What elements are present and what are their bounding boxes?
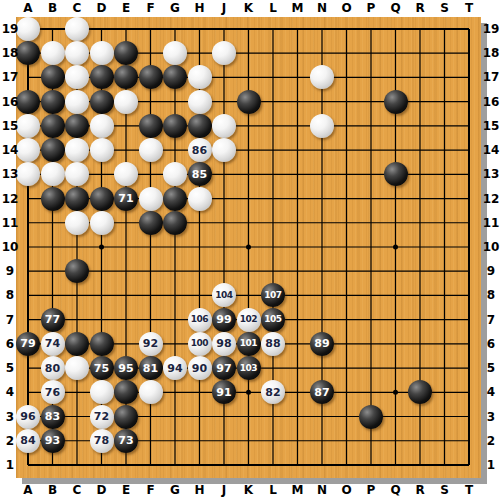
coord-label-right-1: 1 (487, 459, 495, 471)
coord-label-left-16: 16 (2, 96, 19, 108)
stone-C13 (65, 162, 89, 186)
move-number: 96 (20, 411, 35, 422)
stone-C16 (65, 90, 89, 114)
coord-label-right-13: 13 (483, 168, 500, 180)
move-number: 98 (216, 338, 231, 349)
coord-label-top-A: A (23, 2, 32, 14)
move-number: 93 (45, 435, 60, 446)
move-number: 91 (216, 387, 231, 398)
stone-F5: 81 (139, 356, 163, 380)
stone-B2: 93 (41, 429, 65, 453)
coord-label-left-5: 5 (6, 362, 14, 374)
stone-D15 (90, 114, 114, 138)
coord-label-right-4: 4 (487, 386, 495, 398)
stone-E3 (114, 405, 138, 429)
coord-label-left-7: 7 (6, 314, 14, 326)
star-point-K4 (246, 390, 251, 395)
coord-label-left-1: 1 (6, 459, 14, 471)
stone-D4 (90, 380, 114, 404)
stone-K16 (237, 90, 261, 114)
stone-H5: 90 (188, 356, 212, 380)
stone-Q16 (384, 90, 408, 114)
stone-C17 (65, 65, 89, 89)
stone-D11 (90, 211, 114, 235)
coord-label-right-8: 8 (487, 289, 495, 301)
stone-E16 (114, 90, 138, 114)
stone-F15 (139, 114, 163, 138)
coord-label-bottom-S: S (440, 484, 449, 496)
move-number: 102 (240, 315, 257, 324)
coord-label-bottom-A: A (23, 484, 32, 496)
star-point-Q4 (393, 390, 398, 395)
stone-A2: 84 (16, 429, 40, 453)
stone-K7: 102 (237, 308, 261, 332)
stone-H15 (188, 114, 212, 138)
stone-L6: 88 (261, 332, 285, 356)
coord-label-right-16: 16 (483, 96, 500, 108)
move-number: 74 (45, 338, 60, 349)
stone-K5: 103 (237, 356, 261, 380)
stone-J5: 97 (212, 356, 236, 380)
stone-C19 (65, 17, 89, 41)
stone-G17 (163, 65, 187, 89)
stone-B5: 80 (41, 356, 65, 380)
move-number: 100 (191, 339, 208, 348)
coord-label-bottom-Q: Q (390, 484, 400, 496)
move-number: 77 (45, 314, 60, 325)
stone-G13 (163, 162, 187, 186)
coord-label-left-12: 12 (2, 193, 19, 205)
stone-E4 (114, 380, 138, 404)
coord-label-top-G: G (170, 2, 180, 14)
stone-C18 (65, 41, 89, 65)
stone-D16 (90, 90, 114, 114)
move-number: 104 (215, 291, 232, 300)
move-number: 71 (118, 193, 133, 204)
star-point-D10 (99, 244, 104, 249)
stone-D12 (90, 187, 114, 211)
stone-H12 (188, 187, 212, 211)
coord-label-top-L: L (269, 2, 277, 14)
coord-label-left-17: 17 (2, 71, 19, 83)
coord-label-left-10: 10 (2, 241, 19, 253)
stone-Q13 (384, 162, 408, 186)
stone-E18 (114, 41, 138, 65)
stone-A3: 96 (16, 405, 40, 429)
stone-F6: 92 (139, 332, 163, 356)
coord-label-right-11: 11 (483, 217, 500, 229)
move-number: 107 (264, 291, 281, 300)
stone-E5: 95 (114, 356, 138, 380)
stone-H6: 100 (188, 332, 212, 356)
coord-label-bottom-O: O (341, 484, 351, 496)
coord-label-top-Q: Q (390, 2, 400, 14)
move-number: 94 (167, 363, 182, 374)
coord-label-top-N: N (317, 2, 327, 14)
stone-G15 (163, 114, 187, 138)
stone-B16 (41, 90, 65, 114)
coord-label-top-B: B (48, 2, 57, 14)
coord-label-top-K: K (244, 2, 253, 14)
stone-F4 (139, 380, 163, 404)
coord-label-bottom-T: T (465, 484, 473, 496)
stone-D17 (90, 65, 114, 89)
stone-C11 (65, 211, 89, 235)
stone-F12 (139, 187, 163, 211)
stone-R4 (408, 380, 432, 404)
coord-label-top-T: T (465, 2, 473, 14)
move-number: 105 (264, 315, 281, 324)
move-number: 79 (20, 338, 35, 349)
coord-label-right-2: 2 (487, 435, 495, 447)
move-number: 78 (94, 435, 109, 446)
coord-label-right-14: 14 (483, 144, 500, 156)
move-number: 75 (94, 363, 109, 374)
stone-B15 (41, 114, 65, 138)
move-number: 82 (265, 387, 280, 398)
move-number: 103 (240, 364, 257, 373)
stone-B12 (41, 187, 65, 211)
coord-label-top-D: D (97, 2, 107, 14)
stone-C5 (65, 356, 89, 380)
stone-C12 (65, 187, 89, 211)
coord-label-bottom-K: K (244, 484, 253, 496)
coord-label-top-C: C (73, 2, 82, 14)
coord-label-right-12: 12 (483, 193, 500, 205)
move-number: 89 (314, 338, 329, 349)
stone-N6: 89 (310, 332, 334, 356)
star-point-K10 (246, 244, 251, 249)
stone-A19 (16, 17, 40, 41)
coord-label-top-H: H (194, 2, 204, 14)
move-number: 83 (45, 411, 60, 422)
move-number: 88 (265, 338, 280, 349)
coord-label-bottom-N: N (317, 484, 327, 496)
stone-E12: 71 (114, 187, 138, 211)
stone-P3 (359, 405, 383, 429)
go-diagram: 8685711041077710699102105797492100981018… (0, 0, 500, 500)
coord-label-left-11: 11 (2, 217, 19, 229)
move-number: 73 (118, 435, 133, 446)
move-number: 106 (191, 315, 208, 324)
coord-label-right-19: 19 (483, 23, 500, 35)
stone-D2: 78 (90, 429, 114, 453)
coord-label-right-15: 15 (483, 120, 500, 132)
coord-label-right-7: 7 (487, 314, 495, 326)
coord-label-left-3: 3 (6, 411, 14, 423)
stone-H7: 106 (188, 308, 212, 332)
stone-L4: 82 (261, 380, 285, 404)
stone-B3: 83 (41, 405, 65, 429)
stone-H16 (188, 90, 212, 114)
stone-J4: 91 (212, 380, 236, 404)
stone-D14 (90, 138, 114, 162)
coord-label-left-13: 13 (2, 168, 19, 180)
stone-C14 (65, 138, 89, 162)
stone-J14 (212, 138, 236, 162)
move-number: 72 (94, 411, 109, 422)
coord-label-left-6: 6 (6, 338, 14, 350)
stone-A15 (16, 114, 40, 138)
stone-N17 (310, 65, 334, 89)
stone-B4: 76 (41, 380, 65, 404)
stone-B17 (41, 65, 65, 89)
coord-label-top-J: J (222, 2, 226, 14)
coord-label-right-9: 9 (487, 265, 495, 277)
stone-A18 (16, 41, 40, 65)
move-number: 87 (314, 387, 329, 398)
stone-F14 (139, 138, 163, 162)
stone-G11 (163, 211, 187, 235)
stone-G5: 94 (163, 356, 187, 380)
coord-label-top-F: F (146, 2, 154, 14)
stone-J8: 104 (212, 283, 236, 307)
move-number: 80 (45, 363, 60, 374)
stone-J7: 99 (212, 308, 236, 332)
stone-C9 (65, 259, 89, 283)
stone-A13 (16, 162, 40, 186)
move-number: 95 (118, 363, 133, 374)
stone-F11 (139, 211, 163, 235)
coord-label-top-M: M (292, 2, 304, 14)
coord-label-top-P: P (367, 2, 376, 14)
coord-label-right-6: 6 (487, 338, 495, 350)
coord-label-bottom-C: C (73, 484, 82, 496)
stone-N4: 87 (310, 380, 334, 404)
move-number: 101 (240, 339, 257, 348)
coord-label-top-S: S (440, 2, 449, 14)
move-number: 85 (192, 169, 207, 180)
stone-F17 (139, 65, 163, 89)
stone-E13 (114, 162, 138, 186)
stone-H14: 86 (188, 138, 212, 162)
coord-label-bottom-L: L (269, 484, 277, 496)
coord-label-right-5: 5 (487, 362, 495, 374)
move-number: 97 (216, 363, 231, 374)
coord-label-bottom-B: B (48, 484, 57, 496)
coord-label-left-9: 9 (6, 265, 14, 277)
coord-label-left-19: 19 (2, 23, 19, 35)
stone-C6 (65, 332, 89, 356)
coord-label-bottom-R: R (415, 484, 424, 496)
move-number: 76 (45, 387, 60, 398)
coord-label-bottom-G: G (170, 484, 180, 496)
move-number: 81 (143, 363, 158, 374)
stone-G18 (163, 41, 187, 65)
coord-label-left-15: 15 (2, 120, 19, 132)
stone-D6 (90, 332, 114, 356)
coord-label-left-4: 4 (6, 386, 14, 398)
stone-B6: 74 (41, 332, 65, 356)
coord-label-left-14: 14 (2, 144, 19, 156)
coord-label-bottom-M: M (292, 484, 304, 496)
coord-label-right-18: 18 (483, 47, 500, 59)
stone-C15 (65, 114, 89, 138)
coord-label-left-18: 18 (2, 47, 19, 59)
stone-E2: 73 (114, 429, 138, 453)
stone-H17 (188, 65, 212, 89)
coord-label-right-17: 17 (483, 71, 500, 83)
stone-J18 (212, 41, 236, 65)
stone-J15 (212, 114, 236, 138)
stone-E17 (114, 65, 138, 89)
coord-label-left-2: 2 (6, 435, 14, 447)
move-number: 92 (143, 338, 158, 349)
stone-L7: 105 (261, 308, 285, 332)
stone-D18 (90, 41, 114, 65)
coord-label-bottom-E: E (122, 484, 130, 496)
go-board[interactable]: 8685711041077710699102105797492100981018… (16, 17, 481, 478)
move-number: 99 (216, 314, 231, 325)
coord-label-bottom-P: P (367, 484, 376, 496)
coord-label-right-3: 3 (487, 411, 495, 423)
coord-label-top-R: R (415, 2, 424, 14)
stone-J6: 98 (212, 332, 236, 356)
coord-label-right-10: 10 (483, 241, 500, 253)
stone-B18 (41, 41, 65, 65)
stone-K6: 101 (237, 332, 261, 356)
star-point-Q10 (393, 244, 398, 249)
coord-label-top-O: O (341, 2, 351, 14)
board-grid (16, 17, 481, 478)
stone-L8: 107 (261, 283, 285, 307)
stone-B7: 77 (41, 308, 65, 332)
stone-A14 (16, 138, 40, 162)
coord-label-bottom-J: J (222, 484, 226, 496)
stone-N15 (310, 114, 334, 138)
stone-D3: 72 (90, 405, 114, 429)
stone-G12 (163, 187, 187, 211)
stone-H13: 85 (188, 162, 212, 186)
coord-label-left-8: 8 (6, 289, 14, 301)
stone-A16 (16, 90, 40, 114)
coord-label-top-E: E (122, 2, 130, 14)
stone-A6: 79 (16, 332, 40, 356)
move-number: 86 (192, 145, 207, 156)
move-number: 84 (20, 435, 35, 446)
move-number: 90 (192, 363, 207, 374)
coord-label-bottom-D: D (97, 484, 107, 496)
stone-D5: 75 (90, 356, 114, 380)
coord-label-bottom-H: H (194, 484, 204, 496)
stone-B13 (41, 162, 65, 186)
stone-B14 (41, 138, 65, 162)
coord-label-bottom-F: F (146, 484, 154, 496)
